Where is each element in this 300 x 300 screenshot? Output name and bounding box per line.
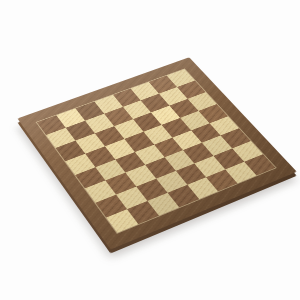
product-photo: [0, 0, 300, 300]
board-grid: [37, 69, 275, 233]
chess-board: [17, 57, 296, 249]
